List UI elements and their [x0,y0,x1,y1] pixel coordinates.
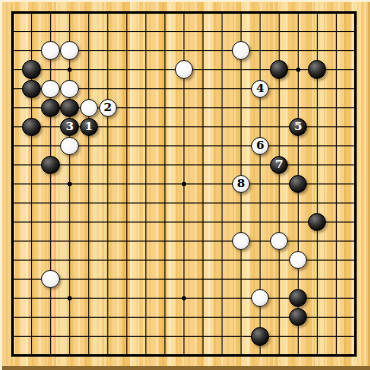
stone-black [22,80,40,98]
stone-white [175,60,193,78]
stone-white [60,137,78,155]
stone-white [60,41,78,59]
move-number-label: 5 [294,121,302,133]
stone-black [22,118,40,136]
stone-white [60,80,78,98]
stone-white [80,99,98,117]
stone-white [41,270,59,288]
stone-black [251,327,269,345]
stone-white-move-2: 2 [99,99,117,117]
move-number-label: 4 [256,83,264,95]
move-number-label: 6 [256,140,264,152]
stone-white [41,80,59,98]
move-number-label: 2 [104,102,112,114]
stone-white [232,41,250,59]
stone-white [41,41,59,59]
stone-white-move-4: 4 [251,80,269,98]
move-number-label: 8 [237,178,245,190]
stone-black [270,60,288,78]
go-board[interactable]: 42315678 [0,0,370,370]
stone-black-move-3: 3 [60,118,78,136]
stone-black [22,60,40,78]
stone-black [41,156,59,174]
move-number-label: 1 [85,121,93,133]
move-number-label: 7 [275,159,283,171]
move-number-label: 3 [66,121,74,133]
stone-black-move-1: 1 [80,118,98,136]
stone-black [60,99,78,117]
stone-black [41,99,59,117]
